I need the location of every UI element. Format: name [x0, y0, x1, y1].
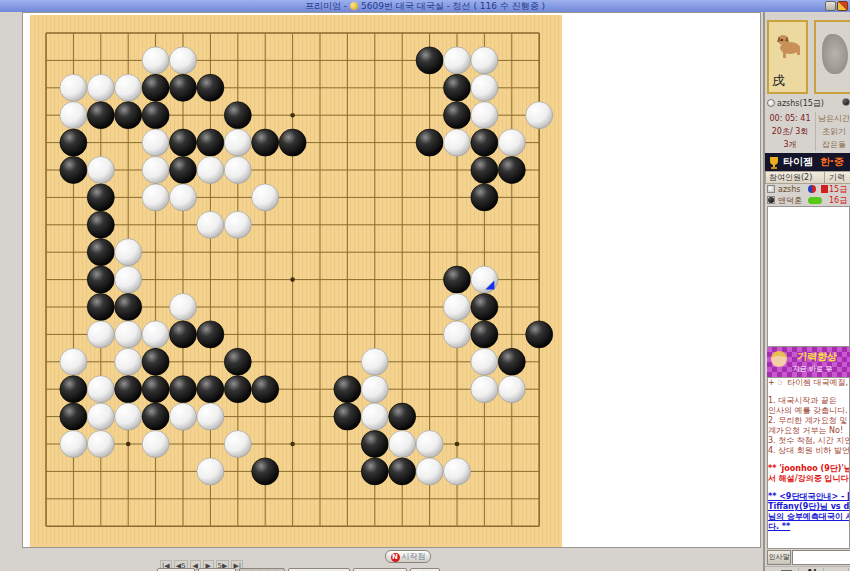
- white-player-avatar: 戌: [767, 20, 808, 94]
- white-stone: [197, 458, 224, 485]
- white-stone: [60, 74, 87, 101]
- globe-badge-icon: [808, 185, 816, 193]
- bottom-toolbar: |◀◀5◀▶5▶▶| N시작점 무르기한수쉼계가신청사석제거신청무승부신청기권: [0, 548, 763, 571]
- black-stone: [170, 321, 197, 348]
- ad-subline: 지금 바로 무: [793, 364, 832, 374]
- white-stone: [115, 348, 142, 375]
- home-icon[interactable]: [825, 1, 836, 11]
- white-stone: [471, 348, 498, 375]
- black-stone: [142, 102, 169, 129]
- black-stone: [416, 47, 443, 74]
- white-stone: [115, 74, 142, 101]
- black-stone: [115, 376, 142, 403]
- black-stone: [87, 266, 114, 293]
- white-stone: [60, 348, 87, 375]
- black-stone: [115, 294, 142, 321]
- zodiac-avatars: 戌: [767, 20, 850, 94]
- start-point-label: 시작점: [402, 552, 426, 561]
- byoyomi-value: 20초/ 3회: [767, 125, 813, 138]
- black-stone: [142, 376, 169, 403]
- white-stone: [224, 129, 251, 156]
- notice-line: 인사의 예를 갖춥니다.: [768, 406, 849, 416]
- black-stone: [334, 403, 361, 430]
- remaining-time-value: 00: 05: 41: [767, 112, 813, 125]
- black-stone: [170, 129, 197, 156]
- notice-line: + ☞ 타이젬 대국예절, 이것: [768, 378, 849, 388]
- star-point: [290, 442, 295, 447]
- white-stone: [170, 403, 197, 430]
- roster-name: 앤덕훈: [778, 195, 802, 206]
- sidebar: 戌 azshs(15급) 00: 05: 41 20초/ 3회 3개 남은시간 …: [763, 12, 850, 571]
- white-stone: [416, 458, 443, 485]
- star-point: [290, 113, 295, 118]
- title-bar: 프리미엄 -5609번 대국 대국실 - 정선 ( 116 수 진행중 ): [0, 0, 850, 12]
- black-stone: [471, 321, 498, 348]
- black-stone: [444, 102, 471, 129]
- ad-character-icon: [771, 351, 787, 367]
- notice-line: ** 'joonhoo (9단)'님께서 [: [768, 464, 849, 474]
- black-stone: [416, 129, 443, 156]
- roster-header: 참여인원(2) 기력: [765, 171, 850, 184]
- medal-icon: [350, 2, 358, 10]
- white-stone: [416, 431, 443, 458]
- flag-icon: [821, 185, 828, 193]
- trophy-icon: [767, 155, 781, 169]
- zodiac-character: 戌: [772, 72, 785, 90]
- white-stone: [471, 47, 498, 74]
- star-point: [455, 442, 460, 447]
- n-badge-icon: N: [391, 553, 400, 562]
- black-stone: [252, 458, 279, 485]
- player-name-row: azshs(15급): [767, 98, 850, 110]
- app-icon[interactable]: [837, 1, 848, 11]
- white-stone: [197, 157, 224, 184]
- black-stone: [142, 74, 169, 101]
- avatar-figure: [822, 34, 848, 74]
- white-stone: [142, 184, 169, 211]
- white-stone: [361, 403, 388, 430]
- title-text-left: 프리미엄 -: [305, 1, 347, 11]
- black-stone: [471, 157, 498, 184]
- white-stone: [444, 458, 471, 485]
- white-stone: [87, 376, 114, 403]
- white-stone: [60, 102, 87, 129]
- white-stone: [389, 431, 416, 458]
- black-stone: [224, 348, 251, 375]
- notice-line: 1. 대국시작과 끝은: [768, 396, 849, 406]
- go-board-grid: [30, 15, 562, 547]
- white-stone: [115, 321, 142, 348]
- black-stone: [444, 266, 471, 293]
- black-stone-icon: [767, 196, 775, 204]
- black-stone-icon: [842, 98, 850, 106]
- ad-headline: 기력향상: [797, 350, 837, 364]
- ad-banner[interactable]: 기력향상 지금 바로 무: [767, 347, 850, 377]
- white-stone: [170, 184, 197, 211]
- white-stone: [444, 321, 471, 348]
- white-stone: [526, 102, 553, 129]
- board-panel: [22, 12, 761, 548]
- black-stone: [60, 157, 87, 184]
- black-stone: [389, 403, 416, 430]
- black-stone: [142, 348, 169, 375]
- sidebar-icon-toolbar: ▶ AI: [765, 566, 850, 571]
- black-stone: [60, 129, 87, 156]
- notice-chat-area[interactable]: + ☞ 타이젬 대국예절, 이것1. 대국시작과 끝은 인사의 예를 갖춥니다.…: [767, 377, 850, 549]
- game-action-buttons: 무르기한수쉼계가신청사석제거신청무승부신청기권: [157, 562, 443, 571]
- black-stone: [361, 431, 388, 458]
- black-stone: [471, 294, 498, 321]
- white-stone: [142, 157, 169, 184]
- notice-line[interactable]: ** <9단대국안내> - [11: [768, 492, 849, 502]
- star-point: [126, 442, 131, 447]
- white-stone: [498, 129, 525, 156]
- notice-line: 3. 첫수 착점, 시간 지연 행: [768, 436, 849, 446]
- roster-rank: 16급: [829, 195, 847, 206]
- black-stone: [142, 403, 169, 430]
- white-stone-icon: [767, 185, 775, 193]
- captures-value: 3개: [767, 138, 813, 151]
- white-stone: [87, 431, 114, 458]
- white-stone: [115, 266, 142, 293]
- white-stone: [197, 211, 224, 238]
- roster-row[interactable]: azshs 15급: [765, 184, 850, 195]
- black-stone: [60, 403, 87, 430]
- white-stone: [224, 211, 251, 238]
- black-stone: [444, 74, 471, 101]
- white-stone: [498, 376, 525, 403]
- roster-list: azshs 15급 앤덕훈 16급: [765, 184, 850, 206]
- white-stone: [115, 403, 142, 430]
- white-stone: [224, 431, 251, 458]
- black-stone: [498, 157, 525, 184]
- chat-input-row: 인사말: [767, 550, 850, 565]
- white-stone: [87, 321, 114, 348]
- banner-text: 타이젬: [783, 153, 813, 171]
- title-text-right: 5609번 대국 대국실 - 정선 ( 116 수 진행중 ): [361, 1, 545, 11]
- captures-label: 잡은돌: [816, 138, 850, 151]
- remaining-time-label: 남은시간: [816, 112, 850, 125]
- white-stone: [252, 184, 279, 211]
- greeting-button[interactable]: 인사말: [767, 550, 791, 565]
- white-stone: [60, 431, 87, 458]
- black-stone: [279, 129, 306, 156]
- black-stone: [389, 458, 416, 485]
- black-stone: [60, 376, 87, 403]
- black-stone: [361, 458, 388, 485]
- white-stone: [170, 294, 197, 321]
- white-stone: [87, 403, 114, 430]
- white-stone: [444, 294, 471, 321]
- notice-line: 4. 상대 회원 비하 발언은: [768, 446, 849, 456]
- black-stone: [224, 102, 251, 129]
- roster-row[interactable]: 앤덕훈 16급: [765, 195, 850, 206]
- black-stone: [197, 129, 224, 156]
- white-stone: [142, 321, 169, 348]
- black-stone: [170, 376, 197, 403]
- black-stone: [87, 239, 114, 266]
- white-stone: [471, 74, 498, 101]
- white-stone: [87, 157, 114, 184]
- chat-empty-area[interactable]: [767, 206, 850, 347]
- white-stone: [444, 47, 471, 74]
- black-stone: [87, 294, 114, 321]
- white-stone: [471, 376, 498, 403]
- white-stone: [87, 74, 114, 101]
- black-stone: [471, 129, 498, 156]
- window-icons: [824, 1, 848, 11]
- white-stone: [444, 129, 471, 156]
- white-stone: [361, 348, 388, 375]
- white-stone: [471, 102, 498, 129]
- go-board[interactable]: [30, 15, 562, 547]
- dog-icon: [775, 32, 803, 58]
- roster-count-header: 참여인원(2): [769, 172, 812, 183]
- black-stone: [498, 348, 525, 375]
- black-stone: [170, 74, 197, 101]
- black-stone: [87, 102, 114, 129]
- black-stone: [197, 376, 224, 403]
- black-stone: [334, 376, 361, 403]
- roster-rank: 15급: [829, 184, 847, 195]
- black-stone: [252, 376, 279, 403]
- notice-line: 계가요청 거부는 No!: [768, 426, 849, 436]
- white-stone: [142, 129, 169, 156]
- black-stone: [170, 157, 197, 184]
- white-stone: [361, 376, 388, 403]
- clock-panel: 00: 05: 41 20초/ 3회 3개 남은시간 초읽기 잡은돌: [767, 112, 850, 152]
- notice-line[interactable]: 다. **: [768, 522, 849, 532]
- white-stone: [115, 239, 142, 266]
- black-stone: [87, 211, 114, 238]
- white-stone: [142, 47, 169, 74]
- black-stone: [197, 321, 224, 348]
- white-stone: [197, 403, 224, 430]
- white-stone-icon: [767, 99, 775, 107]
- black-stone: [471, 184, 498, 211]
- black-stone: [252, 129, 279, 156]
- notice-line: 2. 무리한 계가요청 및: [768, 416, 849, 426]
- byoyomi-label: 초읽기: [816, 125, 850, 138]
- chat-input[interactable]: [792, 550, 850, 565]
- black-stone: [115, 102, 142, 129]
- black-stone: [87, 184, 114, 211]
- black-stone: [224, 376, 251, 403]
- roster-rank-header: 기력: [824, 172, 845, 183]
- notice-line: 서 해설/강의중 입니다. **: [768, 474, 849, 484]
- star-point: [290, 277, 295, 282]
- white-stone: [170, 47, 197, 74]
- black-stone: [526, 321, 553, 348]
- event-banner[interactable]: 타이젬 한·중: [765, 153, 850, 171]
- notice-line[interactable]: Tiffany(9단)님 vs dave: [768, 502, 849, 512]
- black-player-avatar: [814, 20, 850, 94]
- notice-line[interactable]: 님의 승부예측대국이 시작됩니: [768, 512, 849, 522]
- banner-text-accent: 한·중: [820, 153, 844, 171]
- roster-name: azshs: [778, 184, 801, 195]
- green-badge-icon: [808, 197, 822, 204]
- white-stone: [224, 157, 251, 184]
- white-player-name: azshs(15급): [777, 99, 824, 108]
- black-stone: [197, 74, 224, 101]
- white-stone: [142, 431, 169, 458]
